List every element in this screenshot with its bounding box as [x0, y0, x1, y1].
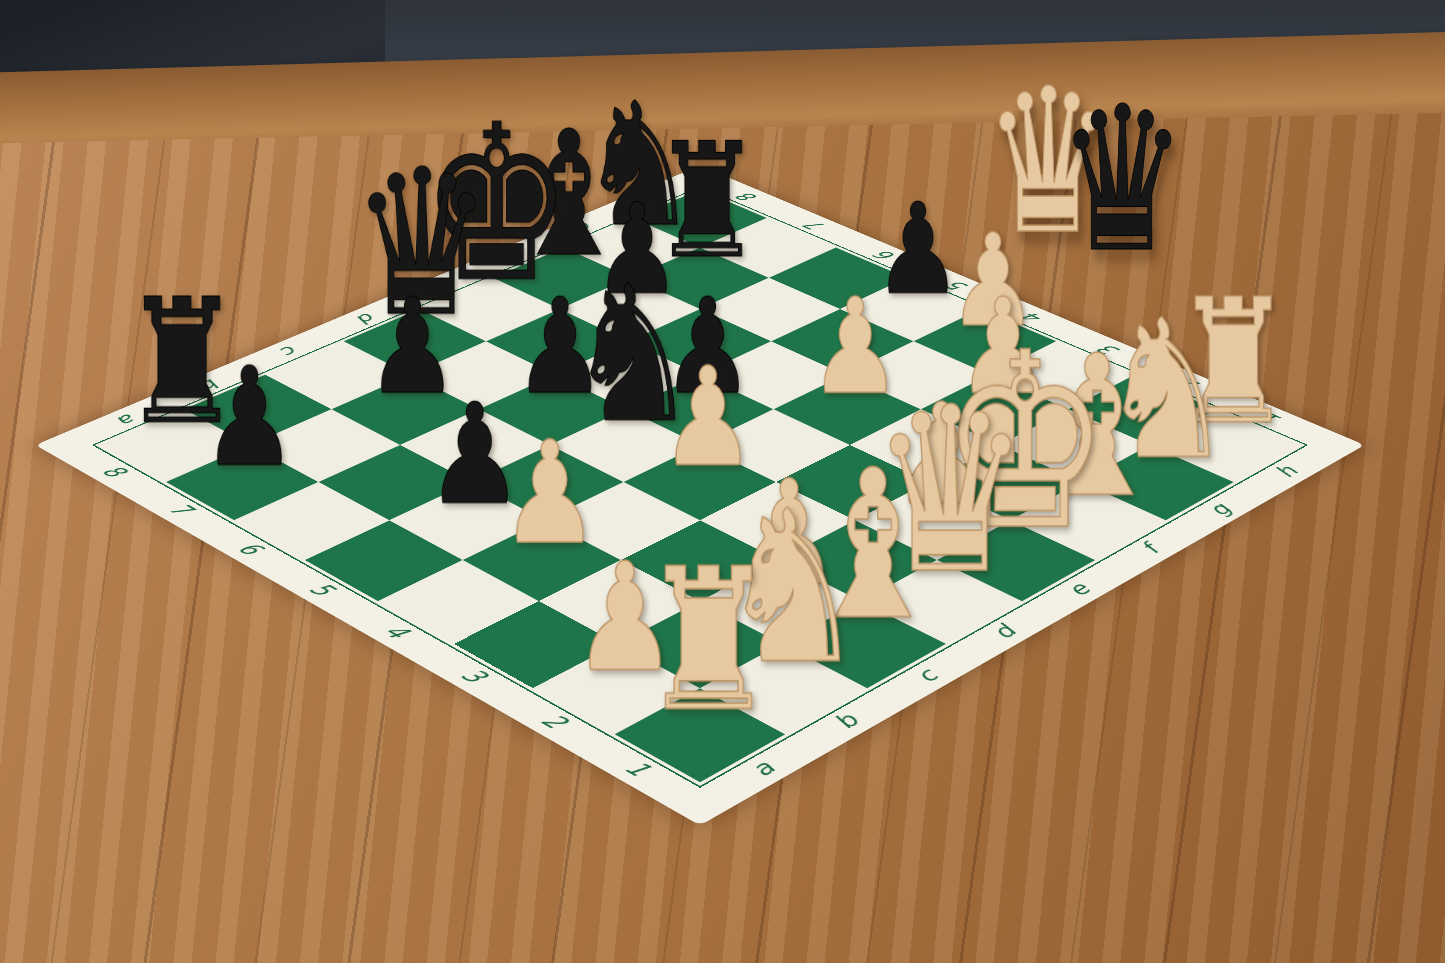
offboard-black-extra-queen[interactable]: ♛ [1058, 80, 1170, 280]
chessboard-photo: ♜♛♚♝♞♟♟♟♜♟♟♞♟♟♟♟♟♟♟♟♟♟♜♞♝♛♚♝♞♜ aabbccdde… [0, 0, 1445, 963]
black-pawn-a7[interactable]: ♟ [201, 349, 297, 486]
white-rook-a1[interactable]: ♜ [640, 543, 777, 739]
